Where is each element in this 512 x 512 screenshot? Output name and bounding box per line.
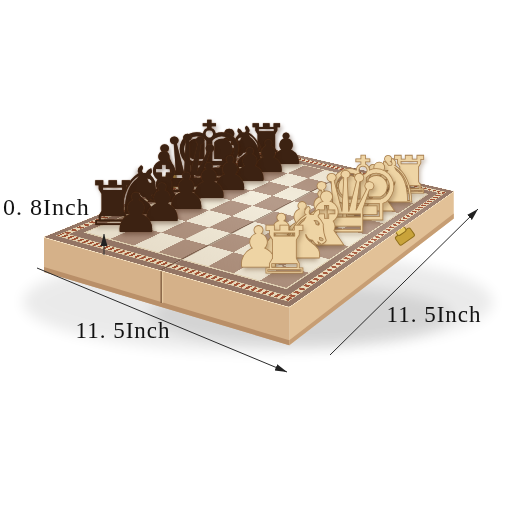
width-label: 11. 5Inch — [58, 318, 188, 344]
piece-white-rook: ♜ — [255, 218, 314, 284]
piece-black-pawn: ♟ — [111, 187, 160, 241]
thickness-label: 0. 8Inch — [3, 194, 90, 221]
depth-label: 11. 5Inch — [368, 302, 500, 328]
product-photo-chess-set: ♜♞♝♛♚♝♞♜♟♟♟♟♟♟♟♟♟♟♟♟♟♟♟♟♜♞♝♛♚♝♞♜ 0. 8Inc… — [0, 0, 512, 512]
